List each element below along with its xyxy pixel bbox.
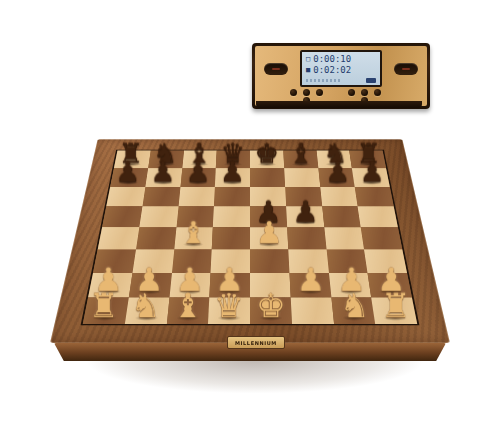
- board-grid: ♜♞♝♛♚♝♞♜♟♟♟♟♟♟♟♟♝♟♟♟♟♟♟♟♟♜♞♝♛♚♞♜: [81, 150, 420, 326]
- square-d6[interactable]: [214, 187, 250, 207]
- black-pawn-g7[interactable]: ♟: [320, 157, 355, 186]
- clock-button-7[interactable]: [374, 89, 381, 96]
- square-f5[interactable]: ♟: [286, 206, 324, 227]
- square-b5[interactable]: [139, 206, 178, 227]
- square-h5[interactable]: [358, 206, 398, 227]
- white-pawn-f2[interactable]: ♟: [290, 263, 330, 297]
- black-pawn-d7[interactable]: ♟: [215, 157, 250, 186]
- red-mark-icon: [272, 68, 280, 70]
- square-g7[interactable]: ♟: [318, 168, 355, 187]
- board-wooden-frame: ♜♞♝♛♚♝♞♜♟♟♟♟♟♟♟♟♝♟♟♟♟♟♟♟♟♜♞♝♛♚♞♜: [50, 139, 450, 343]
- white-queen-d1[interactable]: ♛: [208, 288, 250, 323]
- black-time-row: ■ 0:02:02: [306, 65, 376, 76]
- square-d4[interactable]: [212, 227, 250, 249]
- square-b6[interactable]: [142, 187, 180, 207]
- black-king-e8[interactable]: ♚: [250, 139, 284, 168]
- square-b7[interactable]: ♟: [145, 168, 182, 187]
- square-e8[interactable]: ♚: [250, 151, 284, 169]
- white-bishop-c1[interactable]: ♝: [166, 288, 208, 323]
- clock-left-lever-button[interactable]: [264, 63, 288, 75]
- white-pawn-e4[interactable]: ♟: [250, 217, 288, 249]
- square-a1[interactable]: ♜: [83, 298, 129, 324]
- white-time-row: □ 0:00:10: [306, 54, 376, 65]
- clock-button-2[interactable]: [303, 89, 310, 96]
- square-f1[interactable]: [290, 298, 333, 324]
- square-b4[interactable]: [136, 227, 176, 249]
- clock-right-lever-button[interactable]: [394, 63, 418, 75]
- product-photo: □ 0:00:10 ■ 0:02:02: [0, 0, 500, 429]
- square-h7[interactable]: ♟: [352, 168, 390, 187]
- brand-plate-label: MILLENNIUM: [235, 340, 277, 346]
- black-square-icon: ■: [306, 65, 310, 76]
- chess-board: ♜♞♝♛♚♝♞♜♟♟♟♟♟♟♟♟♝♟♟♟♟♟♟♟♟♜♞♝♛♚♞♜: [50, 139, 450, 343]
- square-g6[interactable]: [320, 187, 358, 207]
- square-d5[interactable]: [213, 206, 250, 227]
- square-d7[interactable]: ♟: [215, 168, 250, 187]
- square-f2[interactable]: ♟: [289, 273, 331, 298]
- square-h6[interactable]: [355, 187, 394, 207]
- white-square-icon: □: [306, 54, 310, 65]
- square-c4[interactable]: ♝: [174, 227, 213, 249]
- square-g4[interactable]: [324, 227, 364, 249]
- clock-button-6[interactable]: [361, 89, 368, 96]
- square-e1[interactable]: ♚: [250, 298, 292, 324]
- white-knight-b1[interactable]: ♞: [125, 288, 167, 323]
- square-d1[interactable]: ♛: [208, 298, 250, 324]
- square-c1[interactable]: ♝: [166, 298, 209, 324]
- square-e4[interactable]: ♟: [250, 227, 288, 249]
- clock-faceplate: □ 0:00:10 ■ 0:02:02: [255, 46, 427, 106]
- lcd-mode-badge: [366, 78, 376, 83]
- white-king-e1[interactable]: ♚: [250, 288, 292, 323]
- red-mark-icon: [402, 68, 410, 70]
- white-bishop-c4[interactable]: ♝: [174, 217, 212, 249]
- chess-clock-unit: □ 0:00:10 ■ 0:02:02: [252, 43, 430, 109]
- black-pawn-a7[interactable]: ♟: [110, 157, 145, 186]
- lcd-status-row: [306, 78, 376, 83]
- clock-button-1[interactable]: [290, 89, 297, 96]
- square-b1[interactable]: ♞: [125, 298, 169, 324]
- square-h4[interactable]: [361, 227, 402, 249]
- black-pawn-f5[interactable]: ♟: [287, 196, 324, 227]
- black-time-value: 0:02:02: [313, 65, 351, 76]
- square-a5[interactable]: [102, 206, 142, 227]
- square-f4[interactable]: [287, 227, 326, 249]
- square-a7[interactable]: ♟: [110, 168, 148, 187]
- black-pawn-b7[interactable]: ♟: [145, 157, 180, 186]
- brand-plate: MILLENNIUM: [227, 336, 285, 349]
- square-f8[interactable]: ♝: [283, 151, 318, 169]
- clock-button-3[interactable]: [316, 89, 323, 96]
- clock-lcd-display: □ 0:00:10 ■ 0:02:02: [300, 50, 382, 87]
- square-e3[interactable]: [250, 249, 289, 272]
- black-pawn-c7[interactable]: ♟: [180, 157, 215, 186]
- square-a4[interactable]: [98, 227, 139, 249]
- white-rook-h1[interactable]: ♜: [375, 288, 417, 323]
- square-h1[interactable]: ♜: [371, 298, 417, 324]
- black-pawn-h7[interactable]: ♟: [355, 157, 390, 186]
- clock-stand: [256, 101, 422, 108]
- square-c6[interactable]: [178, 187, 215, 207]
- square-a6[interactable]: [106, 187, 145, 207]
- clock-button-5[interactable]: [348, 89, 355, 96]
- square-e7[interactable]: [250, 168, 285, 187]
- square-g1[interactable]: ♞: [331, 298, 375, 324]
- square-f7[interactable]: [284, 168, 320, 187]
- square-g5[interactable]: [322, 206, 361, 227]
- black-bishop-f8[interactable]: ♝: [284, 139, 318, 168]
- white-knight-g1[interactable]: ♞: [334, 288, 376, 323]
- square-c7[interactable]: ♟: [180, 168, 216, 187]
- white-rook-a1[interactable]: ♜: [83, 288, 125, 323]
- white-time-value: 0:00:10: [313, 54, 351, 65]
- lcd-segment-marks: [306, 79, 340, 82]
